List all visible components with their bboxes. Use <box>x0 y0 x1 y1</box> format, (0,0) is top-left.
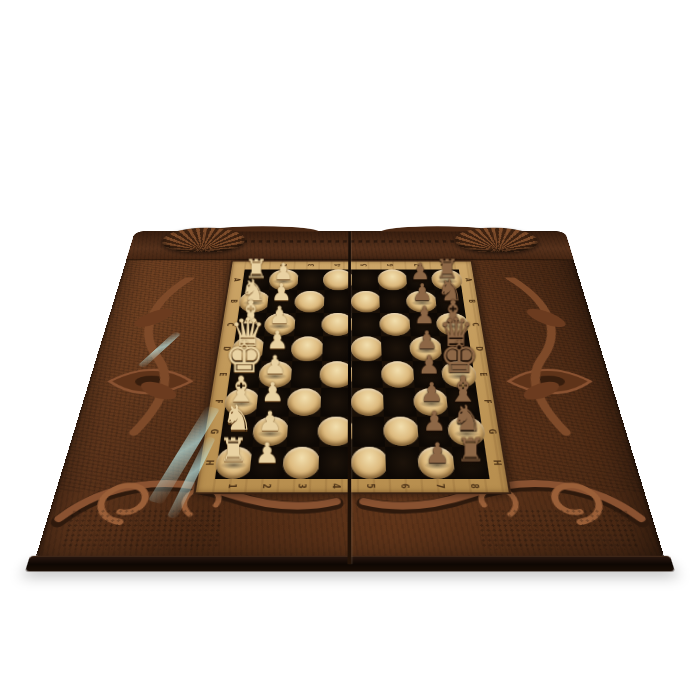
square-c3[interactable] <box>294 313 324 337</box>
coordinate-label: 4 <box>335 264 342 267</box>
square-a6[interactable] <box>379 269 407 290</box>
carved-barrel-inlay <box>350 291 381 313</box>
square-b2[interactable] <box>267 290 297 312</box>
carved-rosette-icon <box>160 228 247 253</box>
coordinate-label: 7 <box>415 264 422 267</box>
square-b3[interactable] <box>295 290 324 312</box>
piece-glyph: ♜ <box>456 436 485 467</box>
square-b1[interactable] <box>239 290 270 312</box>
square-a1[interactable] <box>242 269 272 290</box>
square-a5[interactable] <box>352 269 380 290</box>
square-d4[interactable] <box>322 336 352 361</box>
carved-wooden-frame: 1122334455667788AABBCCDDEEFFGGHH ♜♟♟♜♞♟♟… <box>34 231 667 564</box>
piece-glyph: ♟ <box>261 380 284 405</box>
square-b5[interactable] <box>352 290 380 312</box>
carved-barrel-inlay <box>323 270 353 291</box>
square-d6[interactable] <box>381 336 412 361</box>
carved-barrel-inlay <box>290 336 324 361</box>
piece-glyph: ♟ <box>264 353 287 377</box>
piece-glyph: ♞ <box>222 402 253 435</box>
piece-glyph: ♟ <box>424 440 449 467</box>
carved-barrel-inlay <box>379 313 412 336</box>
carved-barrel-inlay <box>263 313 297 336</box>
square-a7[interactable] <box>405 269 434 290</box>
carved-barrel-inlay <box>377 270 408 291</box>
square-c5[interactable] <box>352 313 381 337</box>
square-a8[interactable] <box>432 269 462 290</box>
coordinate-label: 8 <box>441 264 448 267</box>
coordinate-label: 2 <box>282 264 289 267</box>
square-c2[interactable] <box>264 313 295 337</box>
square-d5[interactable] <box>352 336 382 361</box>
chess-board-3d: 1122334455667788AABBCCDDEEFFGGHH ♜♟♟♜♞♟♟… <box>34 231 667 564</box>
eye-medallion-icon <box>98 363 201 401</box>
piece-glyph: ♟ <box>258 409 282 435</box>
square-b8[interactable] <box>434 290 465 312</box>
coordinate-label: B <box>467 300 475 304</box>
chiseled-texture-patch <box>476 509 640 550</box>
coordinate-label: 1 <box>255 264 262 267</box>
piece-glyph: ♟ <box>422 409 446 435</box>
chiseled-texture-patch <box>60 509 224 550</box>
piece-glyph: ♟ <box>420 380 443 405</box>
carved-barrel-inlay <box>237 291 270 313</box>
square-c4[interactable] <box>323 313 352 337</box>
piece-glyph: ♞ <box>451 402 482 435</box>
coordinate-label: 6 <box>388 264 395 267</box>
carved-barrel-inlay <box>350 336 383 361</box>
carved-barrel-inlay <box>431 270 464 291</box>
white-rook-h1[interactable]: ♜ <box>215 447 253 479</box>
box-bottom-rim <box>25 556 675 572</box>
coordinate-label: C <box>225 322 233 326</box>
carved-barrel-inlay <box>294 291 326 313</box>
square-a4[interactable] <box>324 269 352 290</box>
coordinate-label: A <box>464 278 472 281</box>
product-photo: 1122334455667788AABBCCDDEEFFGGHH ♜♟♟♜♞♟♟… <box>0 0 700 700</box>
piece-glyph: ♟ <box>417 353 440 377</box>
square-d3[interactable] <box>292 336 323 361</box>
carved-barrel-inlay <box>321 313 353 336</box>
coordinate-label: A <box>232 278 240 281</box>
specular-glint <box>138 331 181 368</box>
carved-barrel-inlay <box>268 270 300 291</box>
carved-barrel-inlay <box>406 291 439 313</box>
white-pawn-h2[interactable]: ♟ <box>249 447 286 479</box>
eye-medallion-icon <box>499 363 602 401</box>
chess-playing-surface: 1122334455667788AABBCCDDEEFFGGHH ♜♟♟♜♞♟♟… <box>193 260 511 494</box>
square-b6[interactable] <box>379 290 408 312</box>
coordinate-label: 3 <box>308 264 315 267</box>
square-a2[interactable] <box>269 269 298 290</box>
square-b4[interactable] <box>324 290 352 312</box>
coordinate-label: 5 <box>362 264 369 267</box>
piece-glyph: ♟ <box>255 440 280 467</box>
black-rook-h8[interactable]: ♜ <box>452 447 490 479</box>
coordinate-label: B <box>229 300 237 304</box>
black-pawn-h7[interactable]: ♟ <box>418 447 455 479</box>
coordinate-label: C <box>470 322 478 326</box>
square-c7[interactable] <box>409 313 440 337</box>
square-c6[interactable] <box>380 313 410 337</box>
square-a3[interactable] <box>297 269 325 290</box>
square-b7[interactable] <box>407 290 437 312</box>
piece-glyph: ♜ <box>219 436 248 467</box>
